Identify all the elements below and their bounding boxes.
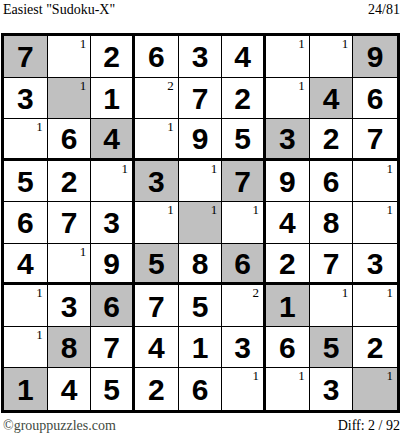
- pencil-mark: 1: [387, 161, 394, 176]
- cell-r5c1[interactable]: 6: [4, 202, 48, 244]
- given-digit: 3: [61, 290, 78, 322]
- cell-r1c9[interactable]: 9: [353, 36, 397, 78]
- given-digit: 2: [279, 247, 296, 279]
- given-digit: 4: [279, 206, 296, 238]
- pencil-mark: 1: [253, 368, 260, 383]
- cell-r4c8[interactable]: 6: [310, 161, 354, 203]
- cell-r7c9[interactable]: 1: [353, 285, 397, 327]
- given-digit: 3: [323, 373, 340, 405]
- cell-r8c2[interactable]: 8: [48, 327, 92, 369]
- given-digit: 1: [192, 331, 209, 363]
- pencil-mark: 2: [253, 285, 260, 300]
- given-digit: 9: [367, 40, 384, 72]
- given-digit: 5: [192, 290, 209, 322]
- pencil-mark: 1: [211, 161, 218, 176]
- cell-r4c2[interactable]: 2: [48, 161, 92, 203]
- cell-r3c9[interactable]: 7: [353, 119, 397, 161]
- cell-r8c6[interactable]: 3: [222, 327, 266, 369]
- cell-r6c7[interactable]: 2: [266, 244, 310, 286]
- cell-r3c6[interactable]: 5: [222, 119, 266, 161]
- given-digit: 3: [192, 40, 209, 72]
- cell-r9c3[interactable]: 5: [91, 368, 135, 410]
- cell-r2c7[interactable]: 1: [266, 78, 310, 120]
- cell-r3c8[interactable]: 2: [310, 119, 354, 161]
- given-digit: 1: [17, 373, 34, 405]
- cell-r1c7[interactable]: 1: [266, 36, 310, 78]
- cell-r2c6[interactable]: 2: [222, 78, 266, 120]
- cell-r7c5[interactable]: 5: [179, 285, 223, 327]
- cell-r4c7[interactable]: 9: [266, 161, 310, 203]
- given-digit: 6: [323, 165, 340, 197]
- cell-r1c4[interactable]: 6: [135, 36, 179, 78]
- cell-r9c8[interactable]: 3: [310, 368, 354, 410]
- given-digit: 1: [103, 82, 120, 114]
- given-digit: 3: [367, 247, 384, 279]
- given-digit: 7: [192, 82, 209, 114]
- given-digit: 2: [323, 122, 340, 154]
- given-digit: 6: [234, 247, 251, 279]
- cell-r6c9[interactable]: 3: [353, 244, 397, 286]
- pencil-mark: 1: [36, 327, 43, 342]
- cell-r5c5[interactable]: 1: [179, 202, 223, 244]
- pencil-mark: 1: [387, 368, 394, 383]
- given-digit: 6: [192, 373, 209, 405]
- cell-r2c1[interactable]: 3: [4, 78, 48, 120]
- given-digit: 3: [234, 331, 251, 363]
- given-digit: 4: [323, 82, 340, 114]
- cell-r8c3[interactable]: 7: [91, 327, 135, 369]
- given-digit: 7: [17, 40, 34, 72]
- cell-r3c5[interactable]: 9: [179, 119, 223, 161]
- cell-r8c9[interactable]: 2: [353, 327, 397, 369]
- cell-r6c8[interactable]: 7: [310, 244, 354, 286]
- given-digit: 5: [103, 373, 120, 405]
- cell-r2c8[interactable]: 4: [310, 78, 354, 120]
- cell-r9c6[interactable]: 1: [222, 368, 266, 410]
- cell-r8c8[interactable]: 5: [310, 327, 354, 369]
- cell-r4c9[interactable]: 1: [353, 161, 397, 203]
- given-digit: 8: [323, 206, 340, 238]
- given-digit: 6: [367, 82, 384, 114]
- given-digit: 3: [17, 82, 34, 114]
- cell-r7c2[interactable]: 3: [48, 285, 92, 327]
- given-digit: 5: [17, 165, 34, 197]
- cell-r3c4[interactable]: 1: [135, 119, 179, 161]
- given-digit: 8: [61, 331, 78, 363]
- given-digit: 2: [234, 82, 251, 114]
- given-digit: 2: [103, 40, 120, 72]
- given-digit: 7: [367, 122, 384, 154]
- given-digit: 8: [192, 247, 209, 279]
- cell-r1c6[interactable]: 4: [222, 36, 266, 78]
- pencil-mark: 1: [387, 202, 394, 217]
- given-digit: 2: [61, 165, 78, 197]
- cell-r5c7[interactable]: 4: [266, 202, 310, 244]
- cell-r3c1[interactable]: 1: [4, 119, 48, 161]
- cell-r1c3[interactable]: 2: [91, 36, 135, 78]
- given-digit: 5: [148, 247, 165, 279]
- pencil-mark: 1: [298, 36, 305, 51]
- cell-r5c2[interactable]: 7: [48, 202, 92, 244]
- cell-r9c9[interactable]: 1: [353, 368, 397, 410]
- difficulty-text: Diff: 2 / 92: [338, 418, 400, 434]
- given-digit: 9: [192, 122, 209, 154]
- cell-r6c6[interactable]: 6: [222, 244, 266, 286]
- given-digit: 7: [323, 247, 340, 279]
- given-digit: 6: [17, 206, 34, 238]
- pencil-mark: 1: [80, 36, 87, 51]
- given-digit: 4: [61, 373, 78, 405]
- cell-r1c8[interactable]: 1: [310, 36, 354, 78]
- cell-r3c3[interactable]: 4: [91, 119, 135, 161]
- given-digit: 4: [103, 122, 120, 154]
- cell-r8c5[interactable]: 1: [179, 327, 223, 369]
- given-digit: 6: [61, 122, 78, 154]
- cell-r6c5[interactable]: 8: [179, 244, 223, 286]
- given-digit: 5: [234, 122, 251, 154]
- cells-remaining-counter: 24/81: [368, 2, 400, 18]
- given-digit: 2: [367, 331, 384, 363]
- pencil-mark: 1: [36, 119, 43, 134]
- pencil-mark: 1: [211, 202, 218, 217]
- pencil-mark: 1: [167, 202, 174, 217]
- cell-r4c5[interactable]: 1: [179, 161, 223, 203]
- cell-r6c2[interactable]: 1: [48, 244, 92, 286]
- cell-r4c4[interactable]: 3: [135, 161, 179, 203]
- cell-r2c2[interactable]: 1: [48, 78, 92, 120]
- given-digit: 3: [148, 165, 165, 197]
- given-digit: 7: [234, 165, 251, 197]
- given-digit: 6: [279, 331, 296, 363]
- pencil-mark: 1: [298, 368, 305, 383]
- pencil-mark: 1: [253, 202, 260, 217]
- given-digit: 4: [234, 40, 251, 72]
- cell-r7c7[interactable]: 1: [266, 285, 310, 327]
- given-digit: 9: [103, 247, 120, 279]
- cell-r4c1[interactable]: 5: [4, 161, 48, 203]
- cell-r7c8[interactable]: 1: [310, 285, 354, 327]
- cell-r2c4[interactable]: 2: [135, 78, 179, 120]
- pencil-mark: 1: [80, 244, 87, 259]
- given-digit: 5: [323, 331, 340, 363]
- cell-r3c2[interactable]: 6: [48, 119, 92, 161]
- given-digit: 3: [103, 206, 120, 238]
- pencil-mark: 1: [342, 285, 349, 300]
- pencil-mark: 1: [80, 78, 87, 93]
- cell-r9c1[interactable]: 1: [4, 368, 48, 410]
- pencil-mark: 1: [36, 285, 43, 300]
- given-digit: 9: [279, 165, 296, 197]
- sudoku-grid: 7126341193112721461641953275213179616731…: [1, 33, 400, 413]
- given-digit: 7: [61, 206, 78, 238]
- given-digit: 7: [103, 331, 120, 363]
- cell-r8c1[interactable]: 1: [4, 327, 48, 369]
- puzzle-title: Easiest "Sudoku-X": [3, 2, 115, 18]
- pencil-mark: 1: [342, 36, 349, 51]
- cell-r5c4[interactable]: 1: [135, 202, 179, 244]
- cell-r2c3[interactable]: 1: [91, 78, 135, 120]
- cell-r5c3[interactable]: 3: [91, 202, 135, 244]
- cell-r8c4[interactable]: 4: [135, 327, 179, 369]
- given-digit: 4: [17, 247, 34, 279]
- cell-r6c1[interactable]: 4: [4, 244, 48, 286]
- given-digit: 7: [148, 290, 165, 322]
- cell-r5c6[interactable]: 1: [222, 202, 266, 244]
- given-digit: 2: [148, 373, 165, 405]
- cell-r1c2[interactable]: 1: [48, 36, 92, 78]
- given-digit: 3: [279, 122, 296, 154]
- cell-r9c2[interactable]: 4: [48, 368, 92, 410]
- puzzle-page: Easiest "Sudoku-X" 24/81 712634119311272…: [0, 0, 402, 437]
- cell-r4c3[interactable]: 1: [91, 161, 135, 203]
- cell-r2c9[interactable]: 6: [353, 78, 397, 120]
- cell-r1c5[interactable]: 3: [179, 36, 223, 78]
- cell-r6c4[interactable]: 5: [135, 244, 179, 286]
- pencil-mark: 1: [167, 119, 174, 134]
- cell-r7c4[interactable]: 7: [135, 285, 179, 327]
- pencil-mark: 2: [167, 78, 174, 93]
- given-digit: 6: [103, 290, 120, 322]
- cell-r9c7[interactable]: 1: [266, 368, 310, 410]
- pencil-mark: 1: [122, 161, 129, 176]
- cell-r2c5[interactable]: 7: [179, 78, 223, 120]
- cell-r6c3[interactable]: 9: [91, 244, 135, 286]
- cell-r5c8[interactable]: 8: [310, 202, 354, 244]
- cell-r3c7[interactable]: 3: [266, 119, 310, 161]
- pencil-mark: 1: [387, 285, 394, 300]
- given-digit: 6: [148, 40, 165, 72]
- cell-r9c5[interactable]: 6: [179, 368, 223, 410]
- cell-r7c1[interactable]: 1: [4, 285, 48, 327]
- given-digit: 1: [279, 290, 296, 322]
- cell-r7c3[interactable]: 6: [91, 285, 135, 327]
- pencil-mark: 1: [298, 78, 305, 93]
- cell-r7c6[interactable]: 2: [222, 285, 266, 327]
- cell-r5c9[interactable]: 1: [353, 202, 397, 244]
- copyright-text: ©grouppuzzles.com: [3, 418, 116, 434]
- given-digit: 4: [148, 331, 165, 363]
- cell-r8c7[interactable]: 6: [266, 327, 310, 369]
- cell-r9c4[interactable]: 2: [135, 368, 179, 410]
- cell-r4c6[interactable]: 7: [222, 161, 266, 203]
- cell-r1c1[interactable]: 7: [4, 36, 48, 78]
